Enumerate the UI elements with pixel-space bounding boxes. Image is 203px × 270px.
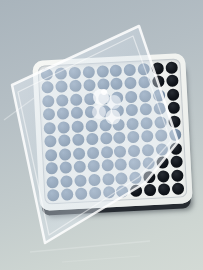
hole-r5c1[interactable] [43, 122, 56, 135]
hole-r1c2[interactable] [54, 67, 67, 80]
hole-r2c6[interactable] [111, 78, 124, 91]
hole-r10c6[interactable] [116, 185, 129, 198]
hole-r3c5[interactable] [97, 92, 110, 105]
reflection-streak [62, 256, 140, 262]
hole-r7c6[interactable] [114, 145, 127, 158]
hole-r6c4[interactable] [86, 133, 99, 146]
hole-r8c3[interactable] [73, 161, 86, 174]
hole-r1c4[interactable] [82, 66, 95, 79]
hole-r6c1[interactable] [44, 135, 57, 148]
hole-r5c9[interactable] [154, 116, 167, 129]
hole-r1c1[interactable] [41, 68, 54, 81]
hole-r8c4[interactable] [87, 160, 100, 173]
hole-r1c9[interactable] [152, 62, 165, 75]
hole-r1c10[interactable] [165, 61, 178, 74]
board-surface [37, 58, 187, 204]
hole-r9c8[interactable] [143, 171, 156, 184]
hole-r3c2[interactable] [56, 94, 69, 107]
hole-r2c4[interactable] [83, 79, 96, 92]
lid-highlight [4, 98, 34, 120]
hole-r8c10[interactable] [170, 156, 183, 169]
hole-r9c4[interactable] [88, 173, 101, 186]
hole-r9c1[interactable] [46, 176, 59, 189]
hole-r9c9[interactable] [157, 170, 170, 183]
hole-r8c2[interactable] [59, 161, 72, 174]
hole-r7c4[interactable] [86, 147, 99, 160]
hole-r7c5[interactable] [100, 146, 113, 159]
hole-r2c9[interactable] [152, 75, 165, 88]
hole-r5c5[interactable] [99, 119, 112, 132]
hole-r7c9[interactable] [156, 143, 169, 156]
hole-r8c1[interactable] [45, 162, 58, 175]
hole-r1c3[interactable] [68, 66, 81, 79]
hole-r10c2[interactable] [61, 188, 74, 201]
hole-r3c9[interactable] [153, 89, 166, 102]
hole-r3c3[interactable] [70, 93, 83, 106]
hole-r3c4[interactable] [84, 93, 97, 106]
hole-r8c6[interactable] [115, 159, 128, 172]
hole-r3c10[interactable] [167, 88, 180, 101]
hole-r10c9[interactable] [158, 183, 171, 196]
hole-r8c8[interactable] [143, 157, 156, 170]
hole-r1c8[interactable] [138, 63, 151, 76]
hole-r3c6[interactable] [111, 91, 124, 104]
hole-r7c10[interactable] [170, 142, 183, 155]
hole-r6c5[interactable] [100, 132, 113, 145]
hole-r4c2[interactable] [57, 108, 70, 121]
hole-r3c8[interactable] [139, 90, 152, 103]
hole-r4c6[interactable] [112, 105, 125, 118]
hole-r9c6[interactable] [116, 172, 129, 185]
hole-r10c7[interactable] [130, 185, 143, 198]
hole-r1c6[interactable] [110, 64, 123, 77]
hole-r2c8[interactable] [138, 76, 151, 89]
hole-r5c7[interactable] [127, 117, 140, 130]
hole-r2c3[interactable] [69, 80, 82, 93]
hole-r7c2[interactable] [59, 148, 72, 161]
hole-r4c1[interactable] [43, 108, 56, 121]
hole-r10c10[interactable] [172, 183, 185, 196]
hole-r1c5[interactable] [96, 65, 109, 78]
hole-r5c4[interactable] [85, 120, 98, 133]
hole-r5c6[interactable] [113, 118, 126, 131]
hole-r7c7[interactable] [128, 144, 141, 157]
hole-r3c1[interactable] [42, 95, 55, 108]
hole-r2c2[interactable] [55, 81, 68, 94]
hole-r7c3[interactable] [73, 147, 86, 160]
hole-r6c10[interactable] [169, 129, 182, 142]
reflection-streak [30, 241, 150, 252]
hole-r8c5[interactable] [101, 159, 114, 172]
hole-r6c8[interactable] [141, 130, 154, 143]
hole-r4c9[interactable] [154, 102, 167, 115]
hole-r10c4[interactable] [89, 187, 102, 200]
hole-r4c5[interactable] [98, 105, 111, 118]
hole-r9c7[interactable] [129, 171, 142, 184]
hole-r2c7[interactable] [125, 77, 138, 90]
hole-r3c7[interactable] [125, 90, 138, 103]
hole-r2c5[interactable] [97, 78, 110, 91]
hole-r6c6[interactable] [113, 132, 126, 145]
hole-r8c9[interactable] [157, 156, 170, 169]
table-surface [0, 0, 203, 270]
hole-r7c1[interactable] [45, 149, 58, 162]
hole-r8c7[interactable] [129, 158, 142, 171]
hole-r4c3[interactable] [70, 107, 83, 120]
hole-r9c5[interactable] [102, 173, 115, 186]
hole-r7c8[interactable] [142, 144, 155, 157]
hole-r9c2[interactable] [60, 175, 73, 188]
hole-r6c2[interactable] [58, 134, 71, 147]
hole-r5c2[interactable] [57, 121, 70, 134]
hole-r6c3[interactable] [72, 134, 85, 147]
hole-r10c5[interactable] [102, 186, 115, 199]
hole-r9c10[interactable] [171, 169, 184, 182]
hole-r5c10[interactable] [168, 115, 181, 128]
game-tray [32, 53, 193, 211]
hole-r5c8[interactable] [141, 117, 154, 130]
hole-r5c3[interactable] [71, 120, 84, 133]
hole-r6c9[interactable] [155, 129, 168, 142]
hole-r9c3[interactable] [74, 174, 87, 187]
hole-r10c8[interactable] [144, 184, 157, 197]
hole-r10c1[interactable] [47, 189, 60, 202]
hole-r6c7[interactable] [127, 131, 140, 144]
hole-r4c4[interactable] [84, 106, 97, 119]
hole-r2c1[interactable] [41, 81, 54, 94]
hole-r4c8[interactable] [140, 103, 153, 116]
hole-r10c3[interactable] [75, 188, 88, 201]
hole-r1c7[interactable] [124, 63, 137, 76]
hole-r2c10[interactable] [166, 75, 179, 88]
hole-r4c7[interactable] [126, 104, 139, 117]
hole-r4c10[interactable] [168, 102, 181, 115]
